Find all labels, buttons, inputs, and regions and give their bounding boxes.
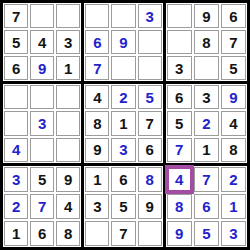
cell-r4c1[interactable] xyxy=(4,85,28,109)
cell-r7c2[interactable]: 5 xyxy=(30,167,54,192)
cell-r6c3[interactable] xyxy=(56,138,80,162)
box-6: 639524718 xyxy=(166,84,247,165)
cell-r9c3[interactable]: 8 xyxy=(56,221,80,246)
cell-r1c5[interactable] xyxy=(111,4,135,28)
cell-r5c6[interactable]: 7 xyxy=(138,111,162,135)
cell-r1c2[interactable] xyxy=(30,4,54,28)
cell-r4c6[interactable]: 5 xyxy=(138,85,162,109)
cell-r4c4[interactable]: 4 xyxy=(85,85,109,109)
cell-r5c3[interactable] xyxy=(56,111,80,135)
cell-r1c7[interactable] xyxy=(167,4,192,28)
cell-r3c6[interactable] xyxy=(138,56,162,80)
cell-r2c4[interactable]: 6 xyxy=(85,30,109,54)
cell-r4c7[interactable]: 6 xyxy=(167,85,192,109)
box-7: 359274168 xyxy=(3,166,84,247)
cell-r4c3[interactable] xyxy=(56,85,80,109)
cell-r6c2[interactable] xyxy=(30,138,54,162)
cell-r4c8[interactable]: 3 xyxy=(194,85,219,109)
box-5: 425817936 xyxy=(84,84,165,165)
cell-r4c2[interactable] xyxy=(30,85,54,109)
cell-r7c9[interactable]: 2 xyxy=(221,167,246,192)
cell-r7c7-selected[interactable]: 4 xyxy=(165,165,194,194)
cell-r6c9[interactable]: 8 xyxy=(221,138,246,162)
box-3: 968735 xyxy=(166,3,247,84)
cell-r3c8[interactable] xyxy=(194,56,219,80)
cell-r9c4[interactable] xyxy=(85,221,109,246)
cell-r2c2[interactable]: 4 xyxy=(30,30,54,54)
cell-r9c9[interactable]: 3 xyxy=(221,221,246,246)
cell-r3c9[interactable]: 5 xyxy=(221,56,246,80)
cell-r2c3[interactable]: 3 xyxy=(56,30,80,54)
cell-r9c8[interactable]: 5 xyxy=(194,221,219,246)
cell-r5c1[interactable] xyxy=(4,111,28,135)
cell-r8c6[interactable]: 9 xyxy=(138,194,162,219)
cell-r8c2[interactable]: 7 xyxy=(30,194,54,219)
cell-r5c7[interactable]: 5 xyxy=(167,111,192,135)
cell-r9c5[interactable]: 7 xyxy=(111,221,135,246)
cell-r8c9[interactable]: 1 xyxy=(221,194,246,219)
cell-r6c8[interactable]: 1 xyxy=(194,138,219,162)
cell-r9c1[interactable]: 1 xyxy=(4,221,28,246)
cell-r5c4[interactable]: 8 xyxy=(85,111,109,135)
cell-r6c7[interactable]: 7 xyxy=(167,138,192,162)
cell-r5c8[interactable]: 2 xyxy=(194,111,219,135)
cell-r6c6[interactable]: 6 xyxy=(138,138,162,162)
box-9: 472861953 xyxy=(166,166,247,247)
cell-r7c1[interactable]: 3 xyxy=(4,167,28,192)
cell-r5c9[interactable]: 4 xyxy=(221,111,246,135)
cell-r6c5[interactable]: 3 xyxy=(111,138,135,162)
cell-r8c5[interactable]: 5 xyxy=(111,194,135,219)
cell-r1c4[interactable] xyxy=(85,4,109,28)
cell-r8c7[interactable]: 8 xyxy=(167,194,192,219)
sudoku-board: 7543691 3697 968735 34 425817936 6395247… xyxy=(0,0,250,250)
box-4: 34 xyxy=(3,84,84,165)
cell-r7c4[interactable]: 1 xyxy=(85,167,109,192)
cell-r3c7[interactable]: 3 xyxy=(167,56,192,80)
box-8: 1683597 xyxy=(84,166,165,247)
cell-r2c7[interactable] xyxy=(167,30,192,54)
cell-r2c8[interactable]: 8 xyxy=(194,30,219,54)
cell-r9c2[interactable]: 6 xyxy=(30,221,54,246)
cell-r6c1[interactable]: 4 xyxy=(4,138,28,162)
box-2: 3697 xyxy=(84,3,165,84)
cell-r7c5[interactable]: 6 xyxy=(111,167,135,192)
cell-r8c8[interactable]: 6 xyxy=(194,194,219,219)
cell-r2c5[interactable]: 9 xyxy=(111,30,135,54)
cell-r5c5[interactable]: 1 xyxy=(111,111,135,135)
cell-r7c8[interactable]: 7 xyxy=(194,167,219,192)
cell-r3c2[interactable]: 9 xyxy=(30,56,54,80)
cell-r3c3[interactable]: 1 xyxy=(56,56,80,80)
cell-r9c7[interactable]: 9 xyxy=(167,221,192,246)
cell-r9c6[interactable] xyxy=(138,221,162,246)
cell-r3c4[interactable]: 7 xyxy=(85,56,109,80)
cell-r1c8[interactable]: 9 xyxy=(194,4,219,28)
box-1: 7543691 xyxy=(3,3,84,84)
cell-r1c6[interactable]: 3 xyxy=(138,4,162,28)
cell-r8c3[interactable]: 4 xyxy=(56,194,80,219)
cell-r6c4[interactable]: 9 xyxy=(85,138,109,162)
cell-r3c5[interactable] xyxy=(111,56,135,80)
cell-r2c6[interactable] xyxy=(138,30,162,54)
cell-r4c9[interactable]: 9 xyxy=(221,85,246,109)
cell-r1c3[interactable] xyxy=(56,4,80,28)
cell-r2c9[interactable]: 7 xyxy=(221,30,246,54)
cell-r7c6[interactable]: 8 xyxy=(138,167,162,192)
cell-r7c3[interactable]: 9 xyxy=(56,167,80,192)
cell-r1c9[interactable]: 6 xyxy=(221,4,246,28)
cell-r1c1[interactable]: 7 xyxy=(4,4,28,28)
cell-r2c1[interactable]: 5 xyxy=(4,30,28,54)
cell-r5c2[interactable]: 3 xyxy=(30,111,54,135)
cell-r8c4[interactable]: 3 xyxy=(85,194,109,219)
cell-r8c1[interactable]: 2 xyxy=(4,194,28,219)
cell-r4c5[interactable]: 2 xyxy=(111,85,135,109)
cell-r3c1[interactable]: 6 xyxy=(4,56,28,80)
